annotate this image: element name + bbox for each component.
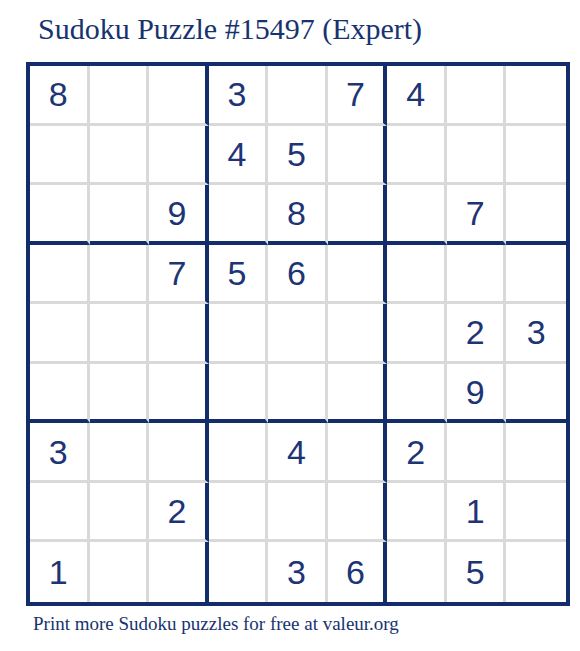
cell-r1c8 — [447, 66, 507, 126]
cell-r8c2 — [90, 483, 150, 543]
cell-r6c4 — [209, 364, 269, 424]
cell-r2c2 — [90, 126, 150, 186]
cell-r3c3: 9 — [149, 185, 209, 245]
cell-r3c5: 8 — [268, 185, 328, 245]
cell-r7c2 — [90, 423, 150, 483]
cell-r7c6 — [328, 423, 388, 483]
cell-r1c2 — [90, 66, 150, 126]
cell-r9c4 — [209, 542, 269, 602]
cell-r4c4: 5 — [209, 245, 269, 305]
page-title: Sudoku Puzzle #15497 (Expert) — [38, 12, 422, 46]
cell-r4c8 — [447, 245, 507, 305]
cell-r5c1 — [30, 304, 90, 364]
cell-r1c5 — [268, 66, 328, 126]
cell-r4c5: 6 — [268, 245, 328, 305]
cell-r2c4: 4 — [209, 126, 269, 186]
cell-r8c4 — [209, 483, 269, 543]
cell-r9c7 — [387, 542, 447, 602]
cell-r4c2 — [90, 245, 150, 305]
cell-r3c8: 7 — [447, 185, 507, 245]
cell-r3c1 — [30, 185, 90, 245]
cell-r1c6: 7 — [328, 66, 388, 126]
cell-r6c6 — [328, 364, 388, 424]
cell-r3c4 — [209, 185, 269, 245]
cell-r3c7 — [387, 185, 447, 245]
cell-r5c6 — [328, 304, 388, 364]
cell-r6c2 — [90, 364, 150, 424]
cell-r9c1: 1 — [30, 542, 90, 602]
cell-r6c5 — [268, 364, 328, 424]
cell-r2c9 — [506, 126, 566, 186]
cell-r1c7: 4 — [387, 66, 447, 126]
cell-r9c3 — [149, 542, 209, 602]
cell-r3c9 — [506, 185, 566, 245]
cell-r8c9 — [506, 483, 566, 543]
cell-r4c7 — [387, 245, 447, 305]
cell-r9c5: 3 — [268, 542, 328, 602]
cell-r2c5: 5 — [268, 126, 328, 186]
cell-r4c9 — [506, 245, 566, 305]
cell-r5c4 — [209, 304, 269, 364]
cell-r8c3: 2 — [149, 483, 209, 543]
cell-r7c5: 4 — [268, 423, 328, 483]
cell-r2c1 — [30, 126, 90, 186]
cell-r2c3 — [149, 126, 209, 186]
cell-r4c6 — [328, 245, 388, 305]
cell-r6c7 — [387, 364, 447, 424]
cell-r7c7: 2 — [387, 423, 447, 483]
cell-r6c1 — [30, 364, 90, 424]
cell-r9c2 — [90, 542, 150, 602]
footer-note: Print more Sudoku puzzles for free at va… — [33, 613, 399, 635]
cell-r8c5 — [268, 483, 328, 543]
cell-r8c7 — [387, 483, 447, 543]
cell-r8c6 — [328, 483, 388, 543]
cell-r9c6: 6 — [328, 542, 388, 602]
cell-r6c8: 9 — [447, 364, 507, 424]
cell-r5c3 — [149, 304, 209, 364]
cell-r6c9 — [506, 364, 566, 424]
sudoku-board: 837445987756239342211365 — [26, 62, 570, 606]
cell-r8c8: 1 — [447, 483, 507, 543]
cell-r9c8: 5 — [447, 542, 507, 602]
cell-r4c3: 7 — [149, 245, 209, 305]
cell-r4c1 — [30, 245, 90, 305]
cell-r7c9 — [506, 423, 566, 483]
cell-r1c3 — [149, 66, 209, 126]
cell-r5c2 — [90, 304, 150, 364]
cell-r7c4 — [209, 423, 269, 483]
cell-r7c1: 3 — [30, 423, 90, 483]
cell-r2c7 — [387, 126, 447, 186]
cell-r2c8 — [447, 126, 507, 186]
cell-r8c1 — [30, 483, 90, 543]
cell-r6c3 — [149, 364, 209, 424]
cell-r5c5 — [268, 304, 328, 364]
cell-r3c2 — [90, 185, 150, 245]
cell-r1c9 — [506, 66, 566, 126]
cell-r5c9: 3 — [506, 304, 566, 364]
cell-r7c3 — [149, 423, 209, 483]
cell-r5c7 — [387, 304, 447, 364]
cell-r7c8 — [447, 423, 507, 483]
cell-r1c1: 8 — [30, 66, 90, 126]
cell-r1c4: 3 — [209, 66, 269, 126]
cell-r2c6 — [328, 126, 388, 186]
cell-r5c8: 2 — [447, 304, 507, 364]
cell-r9c9 — [506, 542, 566, 602]
cell-r3c6 — [328, 185, 388, 245]
